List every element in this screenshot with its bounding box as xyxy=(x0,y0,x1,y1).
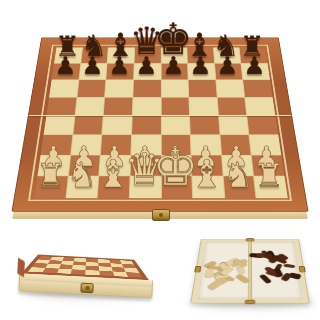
board-square xyxy=(242,63,270,79)
board-square xyxy=(215,63,243,79)
board-square xyxy=(254,177,287,199)
board-square xyxy=(161,63,188,79)
board-square xyxy=(34,177,67,199)
hinge-icon xyxy=(246,238,254,241)
storage-box xyxy=(190,239,310,304)
folded-board-inset xyxy=(16,217,160,304)
board-square xyxy=(73,116,103,135)
board-fold-line xyxy=(29,115,292,116)
brass-clasp-icon xyxy=(152,209,170,221)
board-square xyxy=(106,63,133,79)
board-square xyxy=(243,80,272,97)
board-square xyxy=(54,47,82,62)
storage-box-divider xyxy=(248,241,252,299)
folded-board-square xyxy=(71,269,86,274)
board-square xyxy=(38,155,70,176)
hinge-icon xyxy=(245,300,255,304)
board-square xyxy=(46,98,76,116)
board-square xyxy=(99,155,130,176)
storage-box-inset xyxy=(196,216,316,320)
folded-board-square xyxy=(85,270,99,276)
board-square xyxy=(217,98,246,116)
board-square xyxy=(134,63,161,79)
hinge-icon xyxy=(299,266,306,272)
board-square xyxy=(190,116,219,135)
board-square xyxy=(134,47,160,62)
board-square xyxy=(104,98,132,116)
board-square xyxy=(161,98,189,116)
board-square xyxy=(130,155,160,176)
board-square xyxy=(189,80,217,97)
board-square xyxy=(81,47,108,62)
board-square xyxy=(68,155,100,176)
board-square xyxy=(191,135,221,155)
board-square xyxy=(192,177,224,199)
board-square xyxy=(189,98,218,116)
board-square xyxy=(216,80,244,97)
board-square xyxy=(98,177,130,199)
board-square xyxy=(188,63,215,79)
board-square xyxy=(66,177,98,199)
board-square xyxy=(131,135,160,155)
board-square xyxy=(133,98,161,116)
board-square xyxy=(250,135,281,155)
folded-board-end-cap xyxy=(17,257,25,277)
board-square xyxy=(101,135,131,155)
board-square xyxy=(161,47,187,62)
board-square xyxy=(219,116,249,135)
board-square xyxy=(71,135,102,155)
board-square xyxy=(240,47,268,62)
board-square xyxy=(161,116,190,135)
main-chess-board xyxy=(11,38,308,212)
board-square xyxy=(130,177,161,199)
stored-piece xyxy=(204,268,214,276)
board-square xyxy=(245,98,275,116)
board-square xyxy=(132,116,161,135)
board-square xyxy=(133,80,160,97)
board-square xyxy=(161,177,192,199)
board-square xyxy=(52,63,80,79)
board-square xyxy=(79,63,107,79)
hinge-icon xyxy=(194,266,201,272)
board-square xyxy=(41,135,72,155)
board-square xyxy=(220,135,251,155)
board-square xyxy=(222,155,254,176)
folded-board-square xyxy=(57,268,72,273)
board-square xyxy=(75,98,104,116)
folded-board-square xyxy=(126,272,143,278)
board-square xyxy=(108,47,135,62)
board-square xyxy=(161,135,190,155)
board-square xyxy=(77,80,105,97)
board-square xyxy=(161,155,191,176)
board-square xyxy=(223,177,255,199)
product-photo-stage: ♜♞♝♛♚♝♞♜♟♟♟♟♟♟♟♟♟♟♟♟♟♟♟♟♜♞♝♛♚♝♞♜ xyxy=(0,0,320,320)
board-square xyxy=(105,80,133,97)
board-square xyxy=(252,155,284,176)
board-square xyxy=(248,116,279,135)
board-square xyxy=(44,116,75,135)
board-square xyxy=(49,80,78,97)
board-square xyxy=(192,155,223,176)
board-square xyxy=(102,116,131,135)
board-square xyxy=(161,80,188,97)
board-square xyxy=(214,47,241,62)
brass-clasp-icon xyxy=(80,283,94,294)
board-squares xyxy=(34,47,288,198)
board-square xyxy=(187,47,214,62)
